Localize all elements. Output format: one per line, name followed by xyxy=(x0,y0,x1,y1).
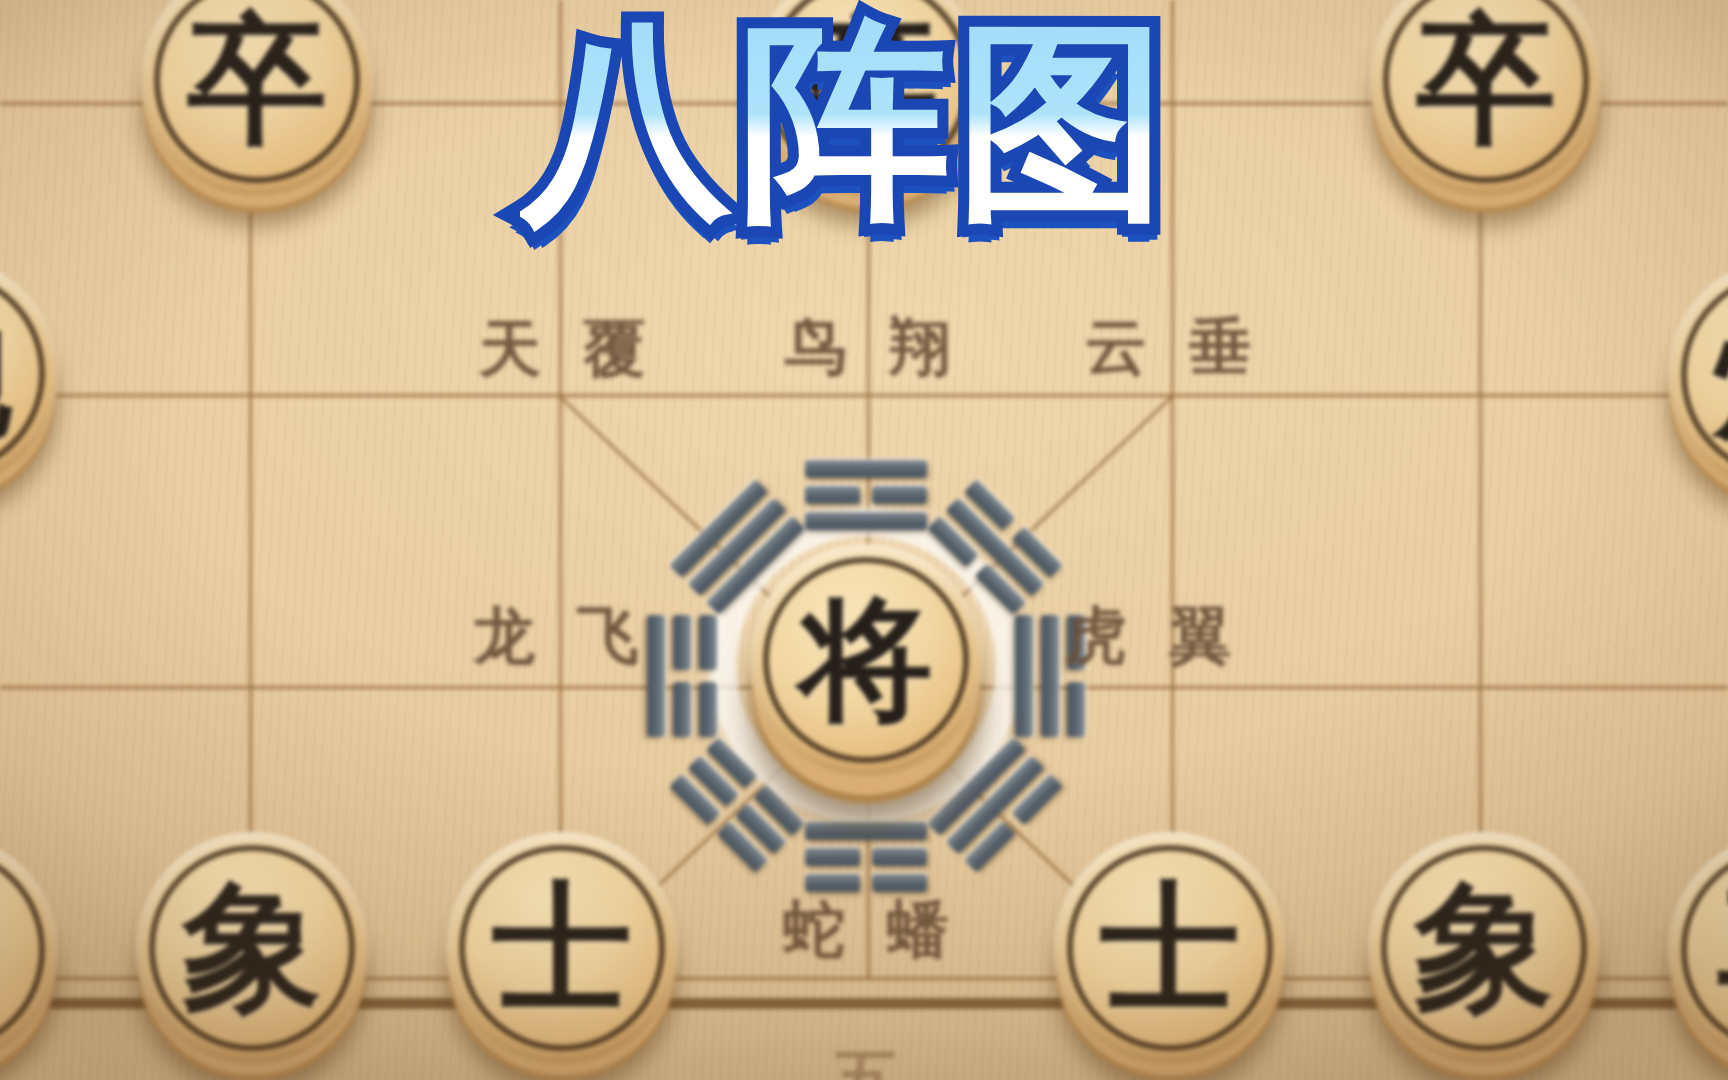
formation-label-char: 垂 xyxy=(1189,316,1251,378)
trigram-line xyxy=(805,512,927,530)
piece-character: 士 xyxy=(1100,878,1240,1018)
bagua-trigram-w xyxy=(647,615,717,737)
piece-character: 卒 xyxy=(187,10,327,150)
formation-label-char: 覆 xyxy=(583,318,645,380)
formation-label-char: 飞 xyxy=(577,605,639,667)
trigram-line xyxy=(805,874,927,892)
piece-马[interactable]: 马 xyxy=(0,834,58,1066)
formation-label-char: 天 xyxy=(479,318,541,380)
title-fill-text: 八阵图 xyxy=(520,0,1174,245)
formation-label-char: 鸟 xyxy=(785,316,847,378)
piece-character: 马 xyxy=(1714,880,1728,1020)
trigram-bar xyxy=(805,848,860,866)
piece-士[interactable]: 士 xyxy=(446,832,678,1064)
trigram-bar xyxy=(1067,682,1085,737)
formation-label-n: 鸟翔 xyxy=(785,316,951,378)
formation-label-nw: 天覆 xyxy=(479,318,645,380)
formation-label-e: 虎翼 xyxy=(1065,605,1231,667)
piece-炮[interactable]: 炮 xyxy=(0,257,58,489)
piece-马[interactable]: 马 xyxy=(1668,834,1728,1066)
bottom-edge-file-numeral: 五 xyxy=(833,1048,899,1080)
trigram-bar xyxy=(647,615,665,737)
formation-label-char: 龙 xyxy=(473,605,535,667)
trigram-bar xyxy=(872,848,927,866)
trigram-line xyxy=(805,486,927,504)
piece-炮[interactable]: 炮 xyxy=(1668,259,1728,491)
trigram-bar xyxy=(805,874,860,892)
formation-label-char: 虎 xyxy=(1065,605,1127,667)
bagua-trigram-n xyxy=(805,460,927,530)
trigram-bar xyxy=(673,682,691,737)
piece-character: 象 xyxy=(182,878,322,1018)
trigram-bar xyxy=(805,460,927,478)
trigram-line xyxy=(805,822,927,840)
piece-象[interactable]: 象 xyxy=(136,832,368,1064)
formation-label-char: 云 xyxy=(1085,316,1147,378)
piece-士[interactable]: 士 xyxy=(1054,832,1286,1064)
formation-label-s: 蛇蟠 xyxy=(783,899,949,961)
trigram-line xyxy=(805,848,927,866)
formation-label-w: 龙飞 xyxy=(473,605,639,667)
trigram-bar xyxy=(872,486,927,504)
trigram-line xyxy=(1041,615,1059,737)
bagua-trigram-s xyxy=(805,822,927,892)
xiangqi-board-screen: 天覆鸟翔云垂龙飞虎翼蛇蟠五卒卒卒炮炮将马象士士象马 八阵图 八阵图 xyxy=(0,0,1728,1080)
piece-character: 炮 xyxy=(0,303,12,443)
formation-label-char: 蟠 xyxy=(887,899,949,961)
trigram-line xyxy=(647,615,665,737)
formation-label-char: 蛇 xyxy=(783,899,845,961)
trigram-bar xyxy=(699,615,717,670)
piece-character: 象 xyxy=(1414,878,1554,1018)
trigram-bar xyxy=(805,486,860,504)
piece-character: 卒 xyxy=(1416,10,1556,150)
trigram-bar xyxy=(1041,615,1059,737)
page-title: 八阵图 八阵图 xyxy=(520,16,1174,228)
formation-label-char: 翼 xyxy=(1169,605,1231,667)
formation-label-char: 翔 xyxy=(889,316,951,378)
trigram-bar xyxy=(805,512,927,530)
trigram-line xyxy=(1015,615,1033,737)
trigram-bar xyxy=(699,682,717,737)
piece-character: 将 xyxy=(799,593,933,727)
board-rank-line xyxy=(0,394,1728,397)
trigram-bar xyxy=(805,822,927,840)
trigram-line xyxy=(673,615,691,737)
piece-卒[interactable]: 卒 xyxy=(1370,0,1602,196)
trigram-bar xyxy=(872,874,927,892)
piece-character: 士 xyxy=(492,878,632,1018)
piece-character: 马 xyxy=(0,880,12,1020)
trigram-bar xyxy=(673,615,691,670)
piece-character: 炮 xyxy=(1714,305,1728,445)
trigram-line xyxy=(805,460,927,478)
piece-将[interactable]: 将 xyxy=(750,544,982,776)
trigram-line xyxy=(699,615,717,737)
formation-label-ne: 云垂 xyxy=(1085,316,1251,378)
trigram-bar xyxy=(1015,615,1033,737)
piece-象[interactable]: 象 xyxy=(1368,832,1600,1064)
piece-卒[interactable]: 卒 xyxy=(141,0,373,196)
